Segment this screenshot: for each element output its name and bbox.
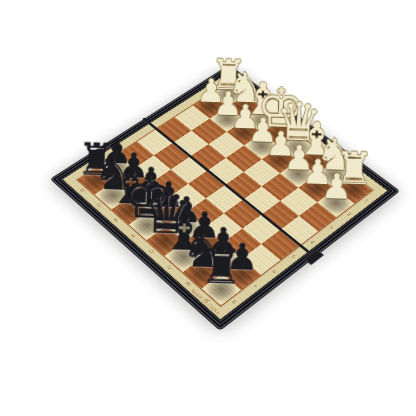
- chess-board: ABCDEFGH 87654321 MADE IN CHINA ♜♞♝♛♚♝♞♜…: [51, 65, 399, 329]
- photo-background: ABCDEFGH 87654321 MADE IN CHINA ♜♞♝♛♚♝♞♜…: [0, 0, 416, 416]
